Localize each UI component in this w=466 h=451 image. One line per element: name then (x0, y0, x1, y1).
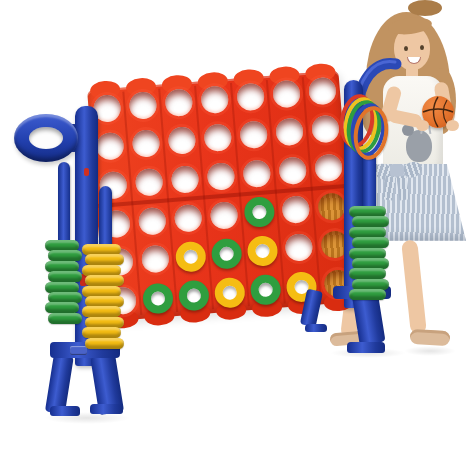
stacked-ring (82, 286, 121, 297)
green-disc (243, 196, 275, 228)
cell-r5-c3 (171, 236, 210, 277)
cell-r1-c3 (159, 82, 198, 123)
green-disc (142, 282, 174, 314)
child-hand-left (416, 120, 429, 131)
cell-r5-c4 (207, 233, 246, 274)
empty-hole (131, 129, 160, 158)
cell-r1-c4 (195, 79, 234, 120)
stacked-ring (45, 282, 79, 293)
stacked-ring (352, 237, 389, 248)
empty-hole (203, 124, 232, 153)
stacked-ring (82, 306, 121, 317)
cell-r4-c2 (132, 200, 171, 241)
empty-hole (164, 88, 193, 117)
stacked-ring (349, 227, 386, 238)
cell-r3-c6 (273, 150, 312, 191)
cell-r4-c4 (204, 195, 243, 236)
stacked-ring (85, 317, 124, 328)
stacked-ring (349, 268, 386, 279)
empty-hole (236, 82, 265, 111)
empty-hole (275, 118, 304, 147)
left-front-foot (90, 404, 123, 414)
child-hand-right (446, 120, 459, 131)
cell-r2-c2 (126, 123, 165, 164)
cell-r2-c4 (198, 117, 237, 158)
toss-hoop (14, 114, 78, 162)
stacked-ring (349, 289, 386, 300)
empty-hole (310, 115, 339, 144)
empty-hole (200, 85, 229, 114)
cell-r6-c3 (174, 275, 213, 316)
stacked-ring (85, 254, 124, 265)
stacked-ring (45, 240, 79, 251)
stacked-ring (45, 261, 79, 272)
child-leg-right (401, 239, 427, 334)
empty-hole (128, 91, 157, 120)
hanging-rings (338, 94, 398, 164)
empty-hole (173, 204, 202, 233)
left-rear-ring-post (58, 162, 70, 246)
empty-hole (239, 121, 268, 150)
board-grid (87, 70, 357, 321)
green-disc (210, 238, 242, 270)
cell-r4-c6 (276, 189, 315, 230)
cell-r5-c5 (243, 230, 282, 271)
stacked-ring (82, 265, 121, 276)
cell-r1-c5 (231, 76, 270, 117)
child-sandal-right (410, 329, 451, 346)
cell-r5-c2 (135, 239, 174, 280)
ring-stack-left-rear-green (46, 240, 80, 330)
stacked-ring (82, 244, 121, 255)
toss-hoop-hole (29, 127, 63, 149)
connect-four-board (87, 70, 357, 321)
cell-r2-c6 (270, 112, 309, 153)
cell-r1-c7 (302, 70, 341, 111)
empty-hole (278, 156, 307, 185)
cell-r2-c3 (162, 120, 201, 161)
stacked-ring (85, 338, 124, 349)
empty-hole (271, 79, 300, 108)
stacked-ring (48, 271, 82, 282)
stacked-ring (349, 206, 386, 217)
empty-hole (242, 159, 271, 188)
empty-hole (170, 165, 199, 194)
empty-hole (307, 76, 336, 105)
ring-stack-left-front-yellow (83, 244, 122, 356)
stacked-ring (352, 216, 389, 227)
cell-r4-c3 (168, 197, 207, 238)
cell-r5-c6 (279, 227, 318, 268)
cell-r1-c2 (123, 85, 162, 126)
empty-hole (137, 207, 166, 236)
cell-r6-c2 (138, 277, 177, 318)
ring-stack-right-green (350, 206, 387, 306)
left-front-ring-post (99, 186, 112, 250)
stacked-ring (349, 248, 386, 259)
empty-hole (206, 162, 235, 191)
yellow-disc (175, 241, 207, 273)
green-disc (249, 273, 281, 305)
right-front-foot (347, 342, 385, 353)
right-rear-foot (305, 324, 327, 332)
stacked-ring (352, 279, 389, 290)
empty-hole (281, 195, 310, 224)
child-eye-right (420, 45, 424, 50)
cell-r6-c5 (246, 269, 285, 310)
rail-red-button (84, 168, 89, 176)
left-rear-foot (50, 406, 80, 416)
cell-r3-c2 (129, 162, 168, 203)
yellow-disc (246, 235, 278, 267)
see-through-hole (317, 192, 346, 221)
empty-hole (134, 168, 163, 197)
stacked-ring (45, 302, 79, 313)
green-disc (178, 279, 210, 311)
empty-hole (167, 127, 196, 156)
cell-r3-c5 (237, 153, 276, 194)
cell-r2-c5 (234, 115, 273, 156)
stacked-ring (48, 250, 82, 261)
empty-hole (95, 132, 124, 161)
cell-r4-c5 (240, 192, 279, 233)
stacked-ring (48, 292, 82, 303)
empty-hole (284, 233, 313, 262)
empty-hole (209, 201, 238, 230)
cell-r3-c4 (201, 156, 240, 197)
stacked-ring (48, 313, 82, 324)
cell-r3-c3 (165, 159, 204, 200)
child-hair-bun (408, 0, 442, 16)
stacked-ring (82, 327, 121, 338)
empty-hole (140, 245, 169, 274)
stacked-ring (352, 258, 389, 269)
yellow-disc (214, 276, 246, 308)
stacked-ring (85, 296, 124, 307)
product-photo-stage (0, 0, 466, 451)
cell-r6-c4 (210, 272, 249, 313)
stacked-ring (85, 275, 124, 286)
cell-r1-c6 (267, 73, 306, 114)
